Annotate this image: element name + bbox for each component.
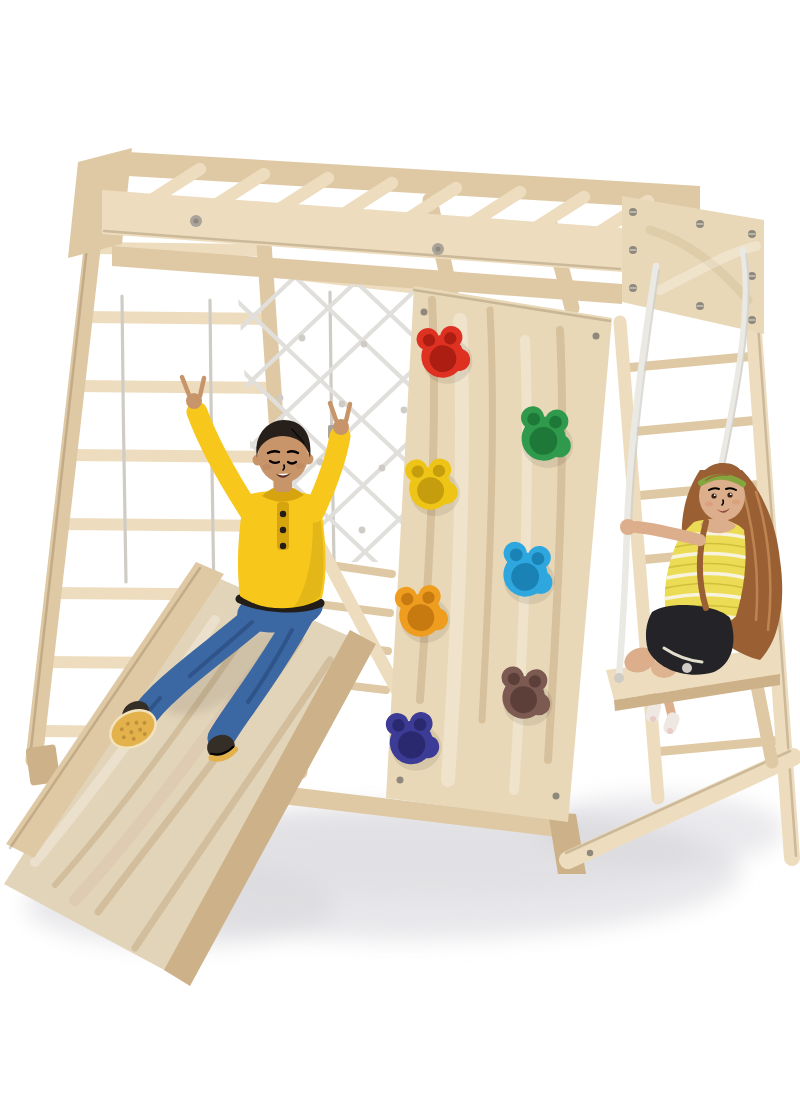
ladder-rail-outer [34, 214, 96, 760]
rope-knot [614, 673, 624, 683]
shirt-placket [277, 502, 289, 550]
ladder-rung [69, 455, 279, 457]
ladder-rung [629, 420, 760, 432]
rope-knot [682, 663, 692, 673]
ladder-rung [84, 317, 269, 319]
ladder-rung [76, 386, 274, 388]
girl-head [698, 463, 746, 521]
girl-hand [620, 519, 636, 535]
screw [587, 850, 593, 856]
product-photo-wooden-climbing-gym [0, 0, 800, 1096]
climbing-wall [385, 286, 612, 822]
